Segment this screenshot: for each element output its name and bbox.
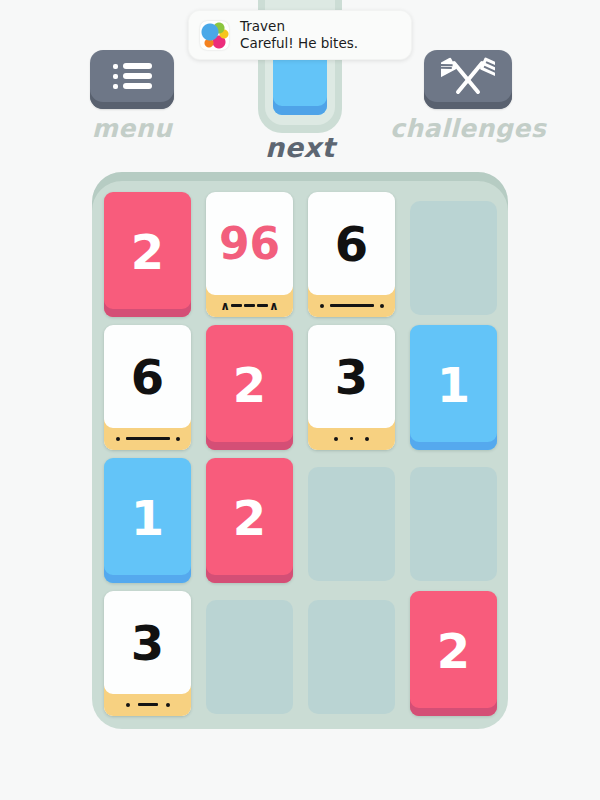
challenges-button[interactable]	[424, 50, 512, 109]
card-face-long	[308, 299, 395, 312]
menu-label: menu	[32, 114, 232, 143]
empty-slot	[410, 467, 497, 581]
board-cell-r3c0: 3	[104, 600, 191, 714]
card-value: 2	[437, 627, 470, 681]
card-6[interactable]: 6	[308, 192, 395, 317]
board-cell-r3c2	[308, 600, 395, 714]
card-2[interactable]: 2	[410, 591, 497, 716]
card-face-long	[104, 432, 191, 445]
board-cell-r1c2: 3	[308, 334, 395, 448]
notification-text: Traven Careful! He bites.	[240, 18, 358, 52]
notification-title: Traven	[240, 18, 358, 35]
board-grid: 296∧∧662311232	[92, 172, 508, 729]
threes-app: next Traven Careful! He bites. menu	[0, 0, 600, 800]
next-label: next	[238, 132, 362, 163]
board-cell-r2c3	[410, 467, 497, 581]
card-value: 1	[437, 361, 470, 415]
board-cell-r0c0: 2	[104, 201, 191, 315]
board-cell-r2c2	[308, 467, 395, 581]
card-3[interactable]: 3	[104, 591, 191, 716]
empty-slot	[410, 201, 497, 315]
board-cell-r0c2: 6	[308, 201, 395, 315]
empty-slot	[206, 600, 293, 714]
card-3[interactable]: 3	[308, 325, 395, 450]
board-cell-r3c1	[206, 600, 293, 714]
crossed-flags-icon	[441, 54, 495, 99]
card-6[interactable]: 6	[104, 325, 191, 450]
game-center-notification[interactable]: Traven Careful! He bites.	[188, 10, 412, 60]
empty-slot	[308, 467, 395, 581]
card-face-dots	[308, 432, 395, 445]
card-value: 2	[233, 361, 266, 415]
card-value: 3	[335, 353, 368, 423]
card-face-short	[104, 698, 191, 711]
board-cell-r1c1: 2	[206, 334, 293, 448]
card-value: 1	[131, 494, 164, 548]
menu-list-icon	[113, 63, 152, 89]
board-cell-r2c1: 2	[206, 467, 293, 581]
card-value: 96	[219, 222, 280, 288]
board-cell-r2c0: 1	[104, 467, 191, 581]
game-center-icon	[200, 21, 229, 50]
game-board[interactable]: 296∧∧662311232	[92, 172, 508, 729]
card-2[interactable]: 2	[206, 458, 293, 583]
card-2[interactable]: 2	[206, 325, 293, 450]
board-cell-r3c3: 2	[410, 600, 497, 714]
card-value: 2	[131, 228, 164, 282]
card-value: 3	[131, 619, 164, 689]
card-value: 2	[233, 494, 266, 548]
notification-message: Careful! He bites.	[240, 35, 358, 52]
card-face-teeth: ∧∧	[206, 299, 293, 312]
card-96[interactable]: 96∧∧	[206, 192, 293, 317]
menu-button[interactable]	[90, 50, 174, 109]
challenges-label: challenges	[368, 114, 568, 143]
card-value: 6	[131, 353, 164, 423]
card-1[interactable]: 1	[104, 458, 191, 583]
card-1[interactable]: 1	[410, 325, 497, 450]
card-value: 6	[335, 220, 368, 290]
board-cell-r0c1: 96∧∧	[206, 201, 293, 315]
board-cell-r0c3	[410, 201, 497, 315]
card-2[interactable]: 2	[104, 192, 191, 317]
board-cell-r1c3: 1	[410, 334, 497, 448]
empty-slot	[308, 600, 395, 714]
board-cell-r1c0: 6	[104, 334, 191, 448]
